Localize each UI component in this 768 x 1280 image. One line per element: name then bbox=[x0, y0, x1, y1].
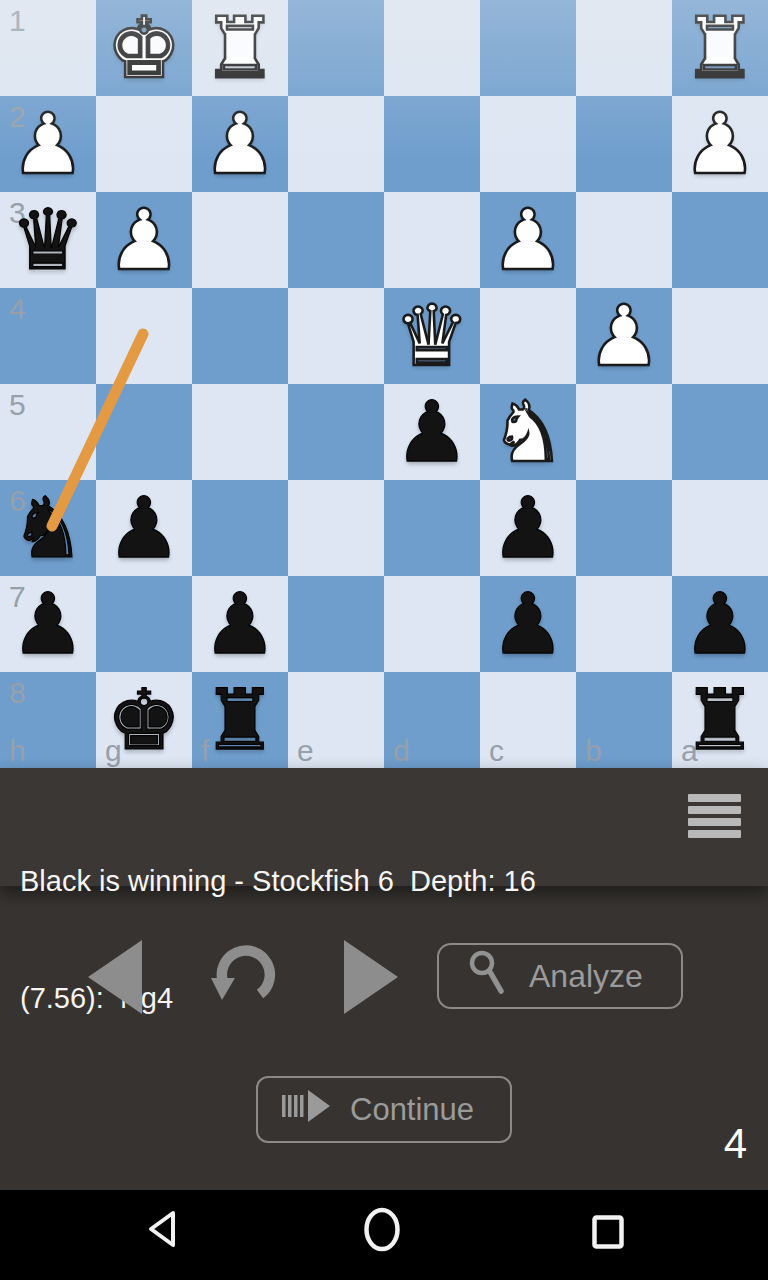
square-c6[interactable]: ♟ bbox=[480, 480, 576, 576]
square-c3[interactable]: ♟ bbox=[480, 192, 576, 288]
square-e3[interactable] bbox=[288, 192, 384, 288]
file-label-f: f bbox=[201, 734, 209, 768]
square-f3[interactable] bbox=[192, 192, 288, 288]
square-a3[interactable] bbox=[672, 192, 768, 288]
square-h1[interactable]: 1 bbox=[0, 0, 96, 96]
black-king: ♚ bbox=[96, 672, 192, 768]
engine-eval-bar: Black is winning - Stockfish 6 Depth: 16… bbox=[0, 768, 768, 886]
square-f2[interactable]: ♟ bbox=[192, 96, 288, 192]
square-c2[interactable] bbox=[480, 96, 576, 192]
square-d7[interactable] bbox=[384, 576, 480, 672]
analyze-button[interactable]: Analyze bbox=[437, 943, 683, 1009]
white-pawn: ♟ bbox=[96, 192, 192, 288]
square-b1[interactable] bbox=[576, 0, 672, 96]
previous-triangle-icon bbox=[88, 1002, 142, 1017]
square-b7[interactable] bbox=[576, 576, 672, 672]
rank-label-4: 4 bbox=[9, 292, 26, 326]
square-h4[interactable]: 4 bbox=[0, 288, 96, 384]
square-d6[interactable] bbox=[384, 480, 480, 576]
square-g7[interactable] bbox=[96, 576, 192, 672]
square-f5[interactable] bbox=[192, 384, 288, 480]
square-g1[interactable]: ♚ bbox=[96, 0, 192, 96]
home-icon bbox=[363, 1240, 401, 1255]
white-pawn: ♟ bbox=[576, 288, 672, 384]
square-h3[interactable]: 3♛ bbox=[0, 192, 96, 288]
square-e2[interactable] bbox=[288, 96, 384, 192]
square-g4[interactable] bbox=[96, 288, 192, 384]
fast-forward-icon bbox=[282, 1090, 332, 1130]
square-h8[interactable]: 8h bbox=[0, 672, 96, 768]
black-queen: ♛ bbox=[0, 192, 96, 288]
square-a4[interactable] bbox=[672, 288, 768, 384]
square-e6[interactable] bbox=[288, 480, 384, 576]
rank-label-8: 8 bbox=[9, 676, 26, 710]
previous-move-button[interactable] bbox=[88, 940, 142, 1014]
rank-label-3: 3 bbox=[9, 196, 26, 230]
rank-label-6: 6 bbox=[9, 484, 26, 518]
rotate-icon bbox=[206, 1008, 282, 1023]
square-d1[interactable] bbox=[384, 0, 480, 96]
square-b2[interactable] bbox=[576, 96, 672, 192]
square-c7[interactable]: ♟ bbox=[480, 576, 576, 672]
file-label-h: h bbox=[9, 734, 26, 768]
rank-label-1: 1 bbox=[9, 4, 26, 38]
square-h2[interactable]: 2♟ bbox=[0, 96, 96, 192]
square-c4[interactable] bbox=[480, 288, 576, 384]
analyze-label: Analyze bbox=[529, 958, 643, 995]
white-queen: ♛ bbox=[384, 288, 480, 384]
rank-label-7: 7 bbox=[9, 580, 26, 614]
black-pawn: ♟ bbox=[384, 384, 480, 480]
square-f7[interactable]: ♟ bbox=[192, 576, 288, 672]
square-h5[interactable]: 5 bbox=[0, 384, 96, 480]
file-label-a: a bbox=[681, 734, 698, 768]
square-g6[interactable]: ♟ bbox=[96, 480, 192, 576]
recents-icon bbox=[592, 1237, 624, 1252]
square-f6[interactable] bbox=[192, 480, 288, 576]
black-rook: ♜ bbox=[192, 672, 288, 768]
square-e7[interactable] bbox=[288, 576, 384, 672]
continue-label: Continue bbox=[350, 1092, 474, 1128]
white-knight: ♞ bbox=[480, 384, 576, 480]
white-rook: ♜ bbox=[672, 0, 768, 96]
black-pawn: ♟ bbox=[0, 576, 96, 672]
move-counter: 4 bbox=[724, 1120, 747, 1168]
black-pawn: ♟ bbox=[480, 480, 576, 576]
black-pawn: ♟ bbox=[192, 576, 288, 672]
eval-status-line: Black is winning - Stockfish 6 Depth: 16 bbox=[20, 862, 536, 901]
white-king: ♚ bbox=[96, 0, 192, 96]
square-f4[interactable] bbox=[192, 288, 288, 384]
nav-back-button[interactable] bbox=[145, 1210, 177, 1251]
square-b4[interactable]: ♟ bbox=[576, 288, 672, 384]
square-h6[interactable]: 6♞ bbox=[0, 480, 96, 576]
square-d8[interactable]: d bbox=[384, 672, 480, 768]
square-a7[interactable]: ♟ bbox=[672, 576, 768, 672]
square-f8[interactable]: f♜ bbox=[192, 672, 288, 768]
continue-button[interactable]: Continue bbox=[256, 1076, 512, 1143]
white-pawn: ♟ bbox=[0, 96, 96, 192]
chess-board: 1♚♜♜2♟♟♟3♛♟♟4♛♟5♟♞6♞♟♟7♟♟♟♟8hg♚f♜edcba♜ bbox=[0, 0, 768, 768]
square-h7[interactable]: 7♟ bbox=[0, 576, 96, 672]
white-pawn: ♟ bbox=[192, 96, 288, 192]
square-c5[interactable]: ♞ bbox=[480, 384, 576, 480]
file-label-d: d bbox=[393, 734, 410, 768]
square-c1[interactable] bbox=[480, 0, 576, 96]
chess-app-screen: 1♚♜♜2♟♟♟3♛♟♟4♛♟5♟♞6♞♟♟7♟♟♟♟8hg♚f♜edcba♜ … bbox=[0, 0, 768, 1280]
square-b6[interactable] bbox=[576, 480, 672, 576]
square-g5[interactable] bbox=[96, 384, 192, 480]
analysis-panel: Black is winning - Stockfish 6 Depth: 16… bbox=[0, 768, 768, 1190]
back-icon bbox=[145, 1236, 177, 1251]
nav-recents-button[interactable] bbox=[592, 1215, 624, 1252]
file-label-e: e bbox=[297, 734, 314, 768]
hamburger-menu-icon[interactable] bbox=[688, 794, 741, 838]
square-e5[interactable] bbox=[288, 384, 384, 480]
rank-label-2: 2 bbox=[9, 100, 26, 134]
square-b8[interactable]: b bbox=[576, 672, 672, 768]
square-g8[interactable]: g♚ bbox=[96, 672, 192, 768]
square-a6[interactable] bbox=[672, 480, 768, 576]
white-pawn: ♟ bbox=[480, 192, 576, 288]
black-knight: ♞ bbox=[0, 480, 96, 576]
square-e1[interactable] bbox=[288, 0, 384, 96]
square-c8[interactable]: c bbox=[480, 672, 576, 768]
square-g3[interactable]: ♟ bbox=[96, 192, 192, 288]
square-e8[interactable]: e bbox=[288, 672, 384, 768]
square-b3[interactable] bbox=[576, 192, 672, 288]
black-pawn: ♟ bbox=[672, 576, 768, 672]
search-icon bbox=[469, 950, 507, 1002]
black-pawn: ♟ bbox=[480, 576, 576, 672]
nav-home-button[interactable] bbox=[363, 1207, 401, 1255]
square-a8[interactable]: a♜ bbox=[672, 672, 768, 768]
square-g2[interactable] bbox=[96, 96, 192, 192]
square-a5[interactable] bbox=[672, 384, 768, 480]
white-pawn: ♟ bbox=[672, 96, 768, 192]
square-a1[interactable]: ♜ bbox=[672, 0, 768, 96]
next-move-button[interactable] bbox=[344, 940, 398, 1014]
square-f1[interactable]: ♜ bbox=[192, 0, 288, 96]
black-rook: ♜ bbox=[672, 672, 768, 768]
white-rook: ♜ bbox=[192, 0, 288, 96]
square-d4[interactable]: ♛ bbox=[384, 288, 480, 384]
square-d5[interactable]: ♟ bbox=[384, 384, 480, 480]
file-label-b: b bbox=[585, 734, 602, 768]
square-d3[interactable] bbox=[384, 192, 480, 288]
black-pawn: ♟ bbox=[96, 480, 192, 576]
rank-label-5: 5 bbox=[9, 388, 26, 422]
square-d2[interactable] bbox=[384, 96, 480, 192]
square-b5[interactable] bbox=[576, 384, 672, 480]
file-label-c: c bbox=[489, 734, 504, 768]
square-a2[interactable]: ♟ bbox=[672, 96, 768, 192]
next-triangle-icon bbox=[344, 1002, 398, 1017]
square-e4[interactable] bbox=[288, 288, 384, 384]
retry-rotate-button[interactable] bbox=[206, 934, 282, 1020]
android-navbar bbox=[0, 1190, 768, 1280]
file-label-g: g bbox=[105, 734, 122, 768]
